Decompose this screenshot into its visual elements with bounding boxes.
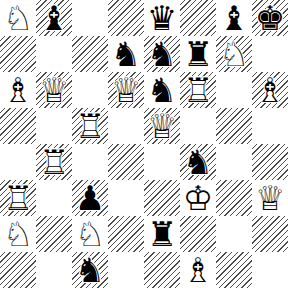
square-a5[interactable] xyxy=(0,108,36,144)
piece-outline: ♗ xyxy=(3,72,33,108)
piece-solid: ♝ xyxy=(219,0,249,36)
piece-white-fill: ♞ xyxy=(75,216,105,252)
square-b5[interactable] xyxy=(36,108,72,144)
black-pawn-icon: ♟ xyxy=(72,180,108,216)
square-f8[interactable] xyxy=(180,0,216,36)
piece-outline: ♘ xyxy=(3,216,33,252)
square-h5[interactable] xyxy=(252,108,288,144)
square-b1[interactable] xyxy=(36,252,72,288)
square-b6[interactable]: ♛♕ xyxy=(36,72,72,108)
white-rook-icon: ♜♖ xyxy=(180,72,216,108)
white-knight-icon: ♞♘ xyxy=(0,216,36,252)
square-f4[interactable]: ♞ xyxy=(180,144,216,180)
square-h7[interactable] xyxy=(252,36,288,72)
piece-outline: ♘ xyxy=(219,36,249,72)
square-e5[interactable]: ♛♕ xyxy=(144,108,180,144)
square-g5[interactable] xyxy=(216,108,252,144)
piece-solid: ♞ xyxy=(111,36,141,72)
white-knight-icon: ♞♘ xyxy=(72,216,108,252)
square-e8[interactable]: ♛ xyxy=(144,0,180,36)
white-rook-icon: ♜♖ xyxy=(0,180,36,216)
square-e7[interactable]: ♞ xyxy=(144,36,180,72)
square-c6[interactable] xyxy=(72,72,108,108)
square-f7[interactable]: ♜ xyxy=(180,36,216,72)
white-knight-icon: ♞♘ xyxy=(0,0,36,36)
square-g2[interactable] xyxy=(216,216,252,252)
piece-outline: ♕ xyxy=(111,72,141,108)
square-c4[interactable] xyxy=(72,144,108,180)
black-rook-icon: ♜ xyxy=(180,36,216,72)
black-bishop-icon: ♝ xyxy=(36,0,72,36)
piece-outline: ♕ xyxy=(39,72,69,108)
square-a4[interactable] xyxy=(0,144,36,180)
black-knight-icon: ♞ xyxy=(144,72,180,108)
black-rook-icon: ♜ xyxy=(144,216,180,252)
piece-white-fill: ♛ xyxy=(147,108,177,144)
square-c7[interactable] xyxy=(72,36,108,72)
square-g4[interactable] xyxy=(216,144,252,180)
piece-outline: ♘ xyxy=(75,216,105,252)
square-c8[interactable] xyxy=(72,0,108,36)
square-a3[interactable]: ♜♖ xyxy=(0,180,36,216)
piece-outline: ♖ xyxy=(183,72,213,108)
square-d6[interactable]: ♛♕ xyxy=(108,72,144,108)
piece-solid: ♜ xyxy=(147,216,177,252)
square-d1[interactable] xyxy=(108,252,144,288)
white-bishop-icon: ♝♗ xyxy=(0,72,36,108)
white-rook-icon: ♜♖ xyxy=(36,144,72,180)
piece-white-fill: ♚ xyxy=(183,180,213,216)
black-knight-icon: ♞ xyxy=(144,36,180,72)
square-d8[interactable] xyxy=(108,0,144,36)
square-a7[interactable] xyxy=(0,36,36,72)
square-b4[interactable]: ♜♖ xyxy=(36,144,72,180)
piece-outline: ♖ xyxy=(3,180,33,216)
piece-outline: ♖ xyxy=(39,144,69,180)
white-bishop-icon: ♝♗ xyxy=(180,252,216,288)
square-b7[interactable] xyxy=(36,36,72,72)
square-f3[interactable]: ♚♔ xyxy=(180,180,216,216)
chess-board: ♞♘♝♛♝♚♞♞♜♞♘♝♗♛♕♛♕♞♜♖♝♗♜♖♛♕♜♖♞♜♖♟♚♔♛♕♞♘♞♘… xyxy=(0,0,288,288)
square-c3[interactable]: ♟ xyxy=(72,180,108,216)
black-bishop-icon: ♝ xyxy=(216,0,252,36)
piece-solid: ♜ xyxy=(183,36,213,72)
piece-outline: ♔ xyxy=(183,180,213,216)
piece-white-fill: ♛ xyxy=(111,72,141,108)
piece-white-fill: ♞ xyxy=(3,0,33,36)
white-king-icon: ♚♔ xyxy=(180,180,216,216)
piece-solid: ♚ xyxy=(255,0,285,36)
white-queen-icon: ♛♕ xyxy=(144,108,180,144)
square-c1[interactable]: ♞ xyxy=(72,252,108,288)
square-d4[interactable] xyxy=(108,144,144,180)
white-rook-icon: ♜♖ xyxy=(72,108,108,144)
piece-white-fill: ♜ xyxy=(3,180,33,216)
square-b8[interactable]: ♝ xyxy=(36,0,72,36)
black-queen-icon: ♛ xyxy=(144,0,180,36)
square-h8[interactable]: ♚ xyxy=(252,0,288,36)
piece-white-fill: ♜ xyxy=(39,144,69,180)
piece-white-fill: ♛ xyxy=(39,72,69,108)
square-h3[interactable]: ♛♕ xyxy=(252,180,288,216)
piece-white-fill: ♝ xyxy=(255,72,285,108)
square-h1[interactable] xyxy=(252,252,288,288)
piece-outline: ♕ xyxy=(255,180,285,216)
piece-solid: ♛ xyxy=(147,0,177,36)
piece-white-fill: ♜ xyxy=(75,108,105,144)
square-a8[interactable]: ♞♘ xyxy=(0,0,36,36)
square-h2[interactable] xyxy=(252,216,288,252)
square-g1[interactable] xyxy=(216,252,252,288)
white-bishop-icon: ♝♗ xyxy=(252,72,288,108)
white-knight-icon: ♞♘ xyxy=(216,36,252,72)
square-c5[interactable]: ♜♖ xyxy=(72,108,108,144)
black-knight-icon: ♞ xyxy=(180,144,216,180)
square-a6[interactable]: ♝♗ xyxy=(0,72,36,108)
piece-white-fill: ♞ xyxy=(3,216,33,252)
square-e6[interactable]: ♞ xyxy=(144,72,180,108)
piece-solid: ♞ xyxy=(147,72,177,108)
piece-outline: ♕ xyxy=(147,108,177,144)
square-g8[interactable]: ♝ xyxy=(216,0,252,36)
piece-outline: ♗ xyxy=(183,252,213,288)
square-f5[interactable] xyxy=(180,108,216,144)
piece-outline: ♘ xyxy=(3,0,33,36)
square-d2[interactable] xyxy=(108,216,144,252)
square-d7[interactable]: ♞ xyxy=(108,36,144,72)
piece-white-fill: ♜ xyxy=(183,72,213,108)
square-e4[interactable] xyxy=(144,144,180,180)
square-a2[interactable]: ♞♘ xyxy=(0,216,36,252)
square-g6[interactable] xyxy=(216,72,252,108)
square-d5[interactable] xyxy=(108,108,144,144)
black-knight-icon: ♞ xyxy=(108,36,144,72)
square-e3[interactable] xyxy=(144,180,180,216)
white-queen-icon: ♛♕ xyxy=(36,72,72,108)
piece-solid: ♝ xyxy=(39,0,69,36)
square-d3[interactable] xyxy=(108,180,144,216)
piece-white-fill: ♝ xyxy=(3,72,33,108)
piece-solid: ♞ xyxy=(183,144,213,180)
square-g3[interactable] xyxy=(216,180,252,216)
piece-white-fill: ♞ xyxy=(219,36,249,72)
square-f1[interactable]: ♝♗ xyxy=(180,252,216,288)
square-f6[interactable]: ♜♖ xyxy=(180,72,216,108)
square-e1[interactable] xyxy=(144,252,180,288)
piece-outline: ♗ xyxy=(255,72,285,108)
square-a1[interactable] xyxy=(0,252,36,288)
square-c2[interactable]: ♞♘ xyxy=(72,216,108,252)
square-b3[interactable] xyxy=(36,180,72,216)
white-queen-icon: ♛♕ xyxy=(108,72,144,108)
piece-solid: ♟ xyxy=(75,180,105,216)
white-queen-icon: ♛♕ xyxy=(252,180,288,216)
square-e2[interactable]: ♜ xyxy=(144,216,180,252)
square-b2[interactable] xyxy=(36,216,72,252)
square-h4[interactable] xyxy=(252,144,288,180)
square-f2[interactable] xyxy=(180,216,216,252)
piece-white-fill: ♛ xyxy=(255,180,285,216)
piece-solid: ♞ xyxy=(147,36,177,72)
piece-solid: ♞ xyxy=(75,252,105,288)
square-h6[interactable]: ♝♗ xyxy=(252,72,288,108)
piece-outline: ♖ xyxy=(75,108,105,144)
black-knight-icon: ♞ xyxy=(72,252,108,288)
black-king-icon: ♚ xyxy=(252,0,288,36)
square-g7[interactable]: ♞♘ xyxy=(216,36,252,72)
piece-white-fill: ♝ xyxy=(183,252,213,288)
